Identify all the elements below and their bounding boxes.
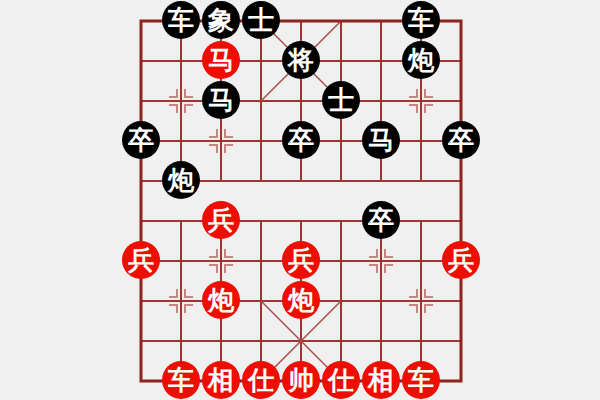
black-pawn[interactable]: 卒 [362, 201, 400, 239]
red-advisor[interactable]: 仕 [242, 361, 280, 399]
black-pawn[interactable]: 卒 [442, 121, 480, 159]
red-general[interactable]: 帅 [282, 361, 320, 399]
black-elephant[interactable]: 象 [202, 1, 240, 39]
red-chariot[interactable]: 车 [162, 361, 200, 399]
red-cannon[interactable]: 炮 [282, 281, 320, 319]
red-pawn[interactable]: 兵 [282, 241, 320, 279]
red-pawn[interactable]: 兵 [202, 201, 240, 239]
red-cannon[interactable]: 炮 [202, 281, 240, 319]
black-cannon[interactable]: 炮 [402, 41, 440, 79]
app-background: 车象士车马将炮马士卒卒马卒炮兵卒兵兵兵炮炮车相仕帅仕相车 [0, 0, 600, 400]
black-cannon[interactable]: 炮 [162, 161, 200, 199]
black-advisor[interactable]: 士 [242, 1, 280, 39]
black-pawn[interactable]: 卒 [282, 121, 320, 159]
black-horse[interactable]: 马 [202, 81, 240, 119]
black-advisor[interactable]: 士 [322, 81, 360, 119]
red-pawn[interactable]: 兵 [122, 241, 160, 279]
piece-layer: 车象士车马将炮马士卒卒马卒炮兵卒兵兵兵炮炮车相仕帅仕相车 [121, 1, 481, 400]
red-chariot[interactable]: 车 [402, 361, 440, 399]
xiangqi-board[interactable]: 车象士车马将炮马士卒卒马卒炮兵卒兵兵兵炮炮车相仕帅仕相车 [121, 1, 481, 400]
black-chariot[interactable]: 车 [402, 1, 440, 39]
red-elephant[interactable]: 相 [202, 361, 240, 399]
red-horse[interactable]: 马 [202, 41, 240, 79]
black-general[interactable]: 将 [282, 41, 320, 79]
red-pawn[interactable]: 兵 [442, 241, 480, 279]
red-elephant[interactable]: 相 [362, 361, 400, 399]
black-horse[interactable]: 马 [362, 121, 400, 159]
black-pawn[interactable]: 卒 [122, 121, 160, 159]
black-chariot[interactable]: 车 [162, 1, 200, 39]
red-advisor[interactable]: 仕 [322, 361, 360, 399]
